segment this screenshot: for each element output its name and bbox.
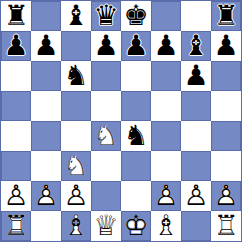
square-g4[interactable]: [181, 121, 211, 151]
white-knight-piece: ♞♘: [61, 151, 91, 181]
square-d2[interactable]: [91, 181, 121, 211]
square-h8[interactable]: ♜: [211, 1, 241, 31]
white-rook-piece: ♜♖: [1, 211, 31, 241]
square-a7[interactable]: ♟: [1, 31, 31, 61]
square-e7[interactable]: ♟: [121, 31, 151, 61]
square-h3[interactable]: [211, 151, 241, 181]
square-c3[interactable]: ♞♘: [61, 151, 91, 181]
square-d4[interactable]: ♞♘: [91, 121, 121, 151]
square-a5[interactable]: [1, 91, 31, 121]
black-king-piece: ♚: [121, 1, 151, 31]
square-f6[interactable]: [151, 61, 181, 91]
square-d7[interactable]: ♟: [91, 31, 121, 61]
square-g7[interactable]: ♝: [181, 31, 211, 61]
square-b1[interactable]: [31, 211, 61, 241]
square-c6[interactable]: ♞: [61, 61, 91, 91]
square-b2[interactable]: ♟♙: [31, 181, 61, 211]
black-knight-piece: ♞: [61, 61, 91, 91]
square-c7[interactable]: [61, 31, 91, 61]
square-d8[interactable]: ♛: [91, 1, 121, 31]
black-pawn-piece: ♟: [31, 31, 61, 61]
square-f8[interactable]: [151, 1, 181, 31]
square-c5[interactable]: [61, 91, 91, 121]
square-b7[interactable]: ♟: [31, 31, 61, 61]
black-pawn-piece: ♟: [121, 31, 151, 61]
square-d6[interactable]: [91, 61, 121, 91]
square-g3[interactable]: [181, 151, 211, 181]
square-f2[interactable]: ♟♙: [151, 181, 181, 211]
white-pawn-piece: ♟♙: [1, 181, 31, 211]
square-f3[interactable]: [151, 151, 181, 181]
square-b5[interactable]: [31, 91, 61, 121]
square-h4[interactable]: [211, 121, 241, 151]
black-pawn-piece: ♟: [181, 61, 211, 91]
white-pawn-piece: ♟♙: [151, 181, 181, 211]
square-h5[interactable]: [211, 91, 241, 121]
black-pawn-piece: ♟: [151, 31, 181, 61]
black-knight-piece: ♞: [121, 121, 151, 151]
square-a1[interactable]: ♜♖: [1, 211, 31, 241]
black-rook-piece: ♜: [1, 1, 31, 31]
square-e2[interactable]: [121, 181, 151, 211]
white-pawn-piece: ♟♙: [61, 181, 91, 211]
white-pawn-piece: ♟♙: [211, 181, 241, 211]
square-d1[interactable]: ♛♕: [91, 211, 121, 241]
square-a2[interactable]: ♟♙: [1, 181, 31, 211]
white-pawn-piece: ♟♙: [31, 181, 61, 211]
square-c8[interactable]: ♝: [61, 1, 91, 31]
square-h7[interactable]: ♟: [211, 31, 241, 61]
square-e8[interactable]: ♚: [121, 1, 151, 31]
square-b3[interactable]: [31, 151, 61, 181]
square-d5[interactable]: [91, 91, 121, 121]
white-king-piece: ♚♔: [121, 211, 151, 241]
square-b6[interactable]: [31, 61, 61, 91]
square-e3[interactable]: [121, 151, 151, 181]
square-a6[interactable]: [1, 61, 31, 91]
square-e1[interactable]: ♚♔: [121, 211, 151, 241]
square-h2[interactable]: ♟♙: [211, 181, 241, 211]
white-rook-piece: ♜♖: [211, 211, 241, 241]
square-c2[interactable]: ♟♙: [61, 181, 91, 211]
square-h1[interactable]: ♜♖: [211, 211, 241, 241]
square-f1[interactable]: ♝♗: [151, 211, 181, 241]
square-a8[interactable]: ♜: [1, 1, 31, 31]
square-a4[interactable]: [1, 121, 31, 151]
square-g6[interactable]: ♟: [181, 61, 211, 91]
square-f7[interactable]: ♟: [151, 31, 181, 61]
square-g5[interactable]: [181, 91, 211, 121]
square-e4[interactable]: ♞: [121, 121, 151, 151]
square-g1[interactable]: [181, 211, 211, 241]
square-h6[interactable]: [211, 61, 241, 91]
black-pawn-piece: ♟: [1, 31, 31, 61]
square-e6[interactable]: [121, 61, 151, 91]
square-g8[interactable]: [181, 1, 211, 31]
white-queen-piece: ♛♕: [91, 211, 121, 241]
white-bishop-piece: ♝♗: [61, 211, 91, 241]
square-g2[interactable]: ♟♙: [181, 181, 211, 211]
black-queen-piece: ♛: [91, 1, 121, 31]
black-bishop-piece: ♝: [61, 1, 91, 31]
black-bishop-piece: ♝: [181, 31, 211, 61]
square-b4[interactable]: [31, 121, 61, 151]
square-c4[interactable]: [61, 121, 91, 151]
square-f4[interactable]: [151, 121, 181, 151]
white-pawn-piece: ♟♙: [181, 181, 211, 211]
black-pawn-piece: ♟: [91, 31, 121, 61]
square-c1[interactable]: ♝♗: [61, 211, 91, 241]
square-e5[interactable]: [121, 91, 151, 121]
chess-board: ♜♝♛♚♜♟♟♟♟♟♝♟♞♟♞♘♞♞♘♟♙♟♙♟♙♟♙♟♙♟♙♜♖♝♗♛♕♚♔♝…: [0, 0, 242, 242]
white-bishop-piece: ♝♗: [151, 211, 181, 241]
square-a3[interactable]: [1, 151, 31, 181]
square-b8[interactable]: [31, 1, 61, 31]
black-pawn-piece: ♟: [211, 31, 241, 61]
white-knight-piece: ♞♘: [91, 121, 121, 151]
square-d3[interactable]: [91, 151, 121, 181]
square-f5[interactable]: [151, 91, 181, 121]
black-rook-piece: ♜: [211, 1, 241, 31]
